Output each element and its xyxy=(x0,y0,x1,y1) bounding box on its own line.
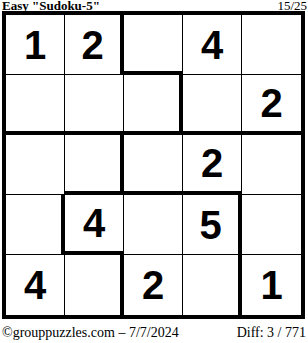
cell-r1c5[interactable] xyxy=(242,15,301,75)
cell-r4c1[interactable] xyxy=(6,195,65,255)
cell-r2c5: 2 xyxy=(242,75,301,135)
cell-r4c3[interactable] xyxy=(124,195,183,255)
copyright-date: ©grouppuzzles.com – 7/7/2024 xyxy=(2,325,179,341)
cell-r3c1[interactable] xyxy=(6,135,65,195)
cell-r5c1: 4 xyxy=(6,255,65,315)
difficulty-label: Diff: 3 / 771 xyxy=(237,325,306,341)
cell-r4c4: 5 xyxy=(183,195,242,255)
cell-r5c3: 2 xyxy=(124,255,183,315)
cell-r1c2: 2 xyxy=(65,15,124,75)
cell-r5c5: 1 xyxy=(242,255,301,315)
cells-remaining-counter: 15/25 xyxy=(277,0,307,11)
cell-r2c4[interactable] xyxy=(183,75,242,135)
cell-r1c4: 4 xyxy=(183,15,242,75)
cell-r2c3[interactable] xyxy=(124,75,183,135)
cell-r3c5[interactable] xyxy=(242,135,301,195)
cell-r2c2[interactable] xyxy=(65,75,124,135)
footer: ©grouppuzzles.com – 7/7/2024 Diff: 3 / 7… xyxy=(0,319,308,341)
cell-r4c5[interactable] xyxy=(242,195,301,255)
board: 1242245421 xyxy=(2,11,305,319)
puzzle-title: Easy "Sudoku-5" xyxy=(2,0,100,11)
cell-r3c3[interactable] xyxy=(124,135,183,195)
cell-r3c4: 2 xyxy=(183,135,242,195)
header: Easy "Sudoku-5" 15/25 xyxy=(0,0,308,11)
cell-r3c2[interactable] xyxy=(65,135,124,195)
cell-r1c3[interactable] xyxy=(124,15,183,75)
puzzle-page: Easy "Sudoku-5" 15/25 1242245421 ©groupp… xyxy=(0,0,308,343)
cell-r1c1: 1 xyxy=(6,15,65,75)
cell-r2c1[interactable] xyxy=(6,75,65,135)
cell-r5c4[interactable] xyxy=(183,255,242,315)
cell-r5c2[interactable] xyxy=(65,255,124,315)
cell-r4c2: 4 xyxy=(65,195,124,255)
